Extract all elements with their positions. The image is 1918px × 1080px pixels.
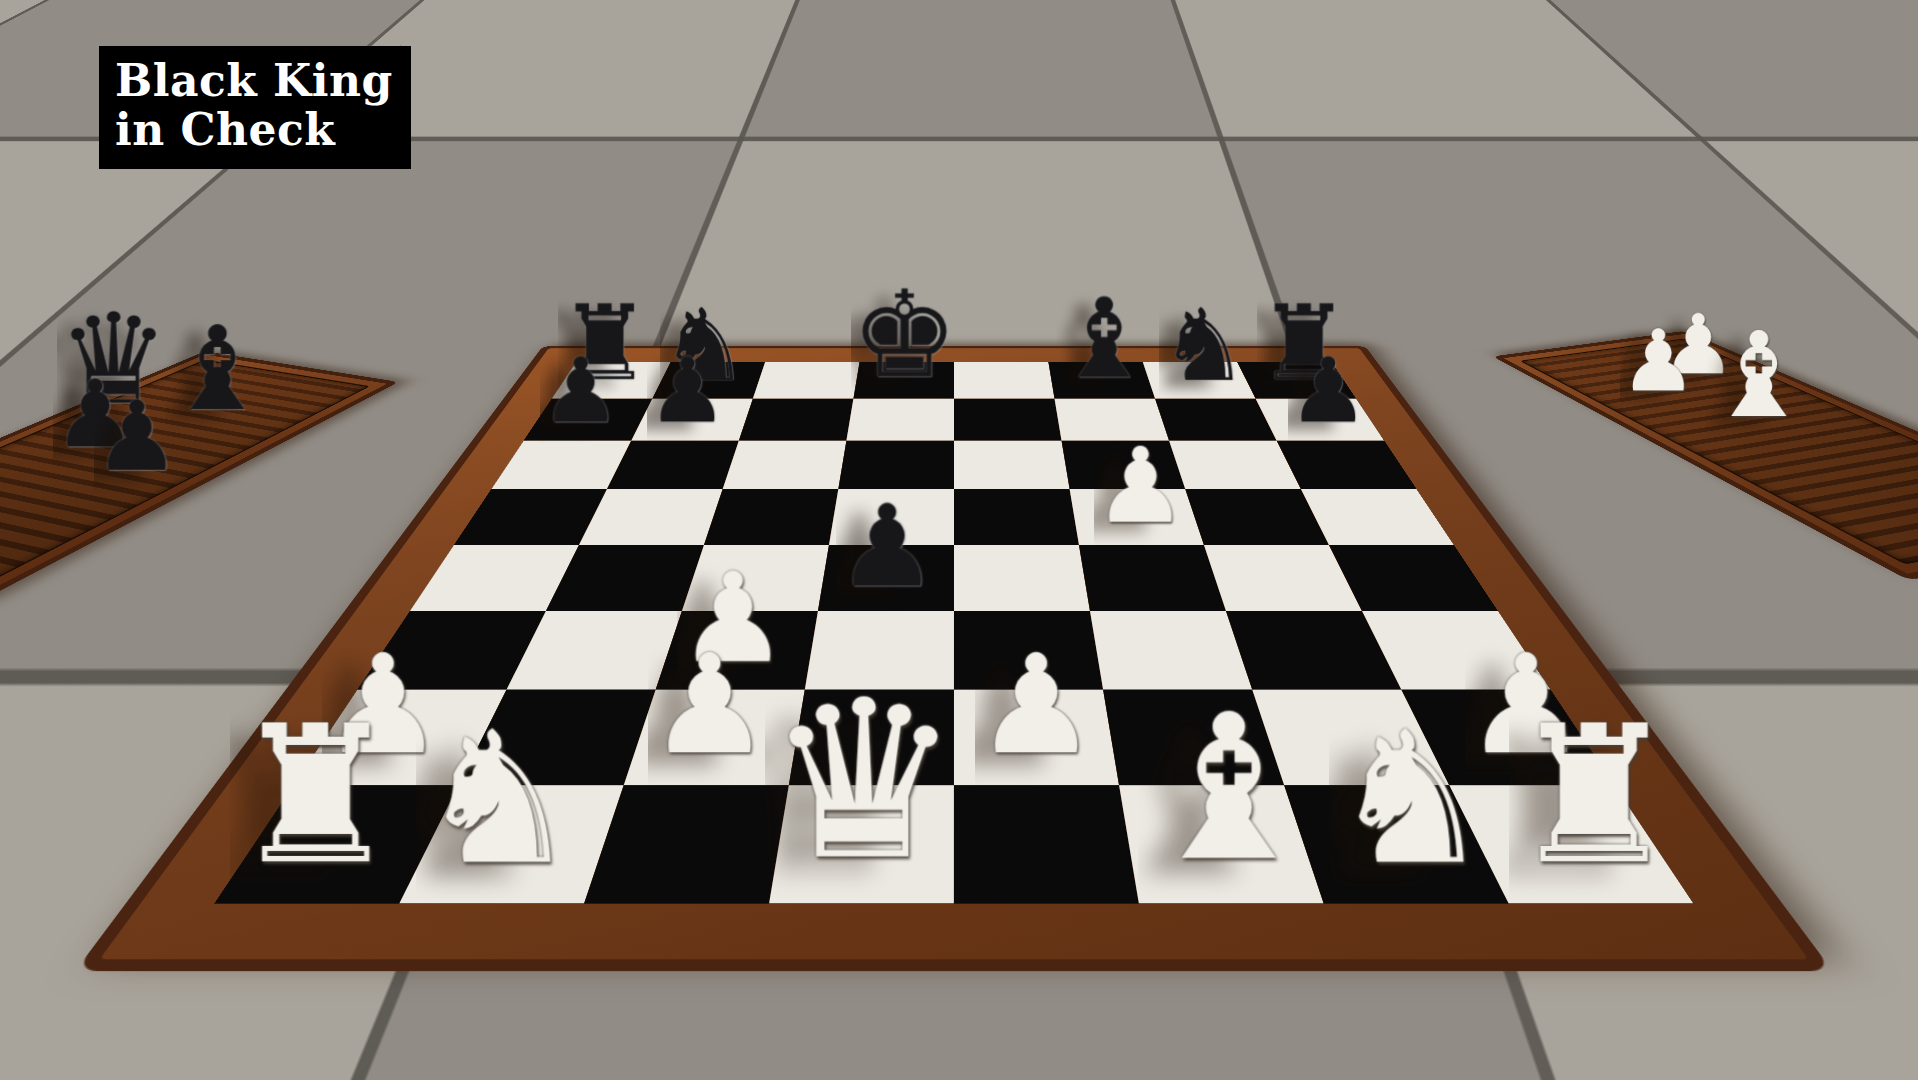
check-banner: Black King in Check xyxy=(99,46,411,169)
square-h6[interactable] xyxy=(1277,441,1417,489)
square-e4[interactable] xyxy=(954,545,1090,611)
black-pawn-glyph: ♟ xyxy=(540,346,620,436)
white-knight-glyph: ♞ xyxy=(1329,707,1493,890)
square-e7[interactable] xyxy=(954,399,1062,441)
square-e5[interactable] xyxy=(954,489,1079,545)
square-c7[interactable] xyxy=(739,399,854,441)
current-move-side: Black xyxy=(1669,201,1777,241)
square-c6[interactable] xyxy=(723,441,847,489)
black-knight-glyph: ♞ xyxy=(1159,295,1249,395)
square-c8[interactable] xyxy=(753,362,860,399)
black-pawn-glyph: ♟ xyxy=(647,346,727,436)
black-pawn-glyph: ♟ xyxy=(1288,346,1368,436)
white-pawn-glyph: ♟ xyxy=(648,637,771,774)
current-move-panel: Current Move: ♚ Black xyxy=(1608,24,1838,254)
check-banner-line2: in Check xyxy=(115,105,393,154)
square-g4[interactable] xyxy=(1204,545,1362,611)
square-e1[interactable] xyxy=(954,785,1139,903)
white-queen-glyph: ♛ xyxy=(764,671,960,890)
white-bishop-glyph: ♝ xyxy=(1706,317,1811,435)
black-king-icon: ♚ xyxy=(1690,86,1756,160)
white-pawn-glyph: ♟ xyxy=(1093,435,1186,539)
black-bishop-glyph: ♝ xyxy=(165,311,269,427)
current-move-icon-box: ♚ xyxy=(1652,70,1794,176)
square-c5[interactable] xyxy=(704,489,838,545)
white-bishop-glyph: ♝ xyxy=(1138,688,1319,890)
black-pawn-glyph: ♟ xyxy=(0,435,44,539)
current-move-label: Current Move: xyxy=(1608,24,1838,60)
current-move-side-badge: Black xyxy=(1648,188,1798,254)
black-pawn-glyph: ♟ xyxy=(94,389,181,486)
board-3d-stage: ♛♝♟♟♟♟ ♜♞♚♝♞♜♟♟♟♟♟♟♟♟♟♟♜♞♛♝♞♜ ♟♟♝ xyxy=(394,0,1514,1080)
square-e8[interactable] xyxy=(954,362,1055,399)
white-rook-glyph: ♜ xyxy=(230,700,400,890)
square-f4[interactable] xyxy=(1079,545,1226,611)
square-a5[interactable] xyxy=(454,489,607,545)
black-king-glyph: ♚ xyxy=(850,275,957,395)
square-h5[interactable] xyxy=(1301,489,1454,545)
white-pawn-glyph: ♟ xyxy=(1620,319,1696,404)
chess-game-screen: { "game": "chess", "position": { "fen": … xyxy=(0,0,1918,1080)
black-bishop-glyph: ♝ xyxy=(1054,284,1153,394)
white-pawn-glyph: ♟ xyxy=(974,637,1097,774)
square-d7[interactable] xyxy=(846,399,954,441)
chess-board: ♜♞♚♝♞♜♟♟♟♟♟♟♟♟♟♟♜♞♛♝♞♜ xyxy=(214,362,1693,904)
white-knight-glyph: ♞ xyxy=(416,707,580,890)
square-e6[interactable] xyxy=(954,441,1070,489)
square-b6[interactable] xyxy=(607,441,739,489)
check-banner-line1: Black King xyxy=(115,56,393,105)
white-rook-glyph: ♜ xyxy=(1508,700,1678,890)
black-pawn-glyph: ♟ xyxy=(836,490,938,603)
